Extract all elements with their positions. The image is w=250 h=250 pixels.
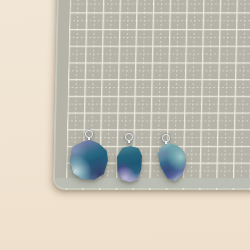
silver-bail bbox=[125, 133, 132, 142]
silver-bail bbox=[162, 134, 169, 143]
fluorite-pendant-left-stone bbox=[70, 140, 108, 180]
photo-canvas bbox=[0, 0, 250, 250]
fluorite-pendant-right bbox=[156, 133, 186, 181]
fluorite-pendant-left bbox=[69, 129, 109, 181]
silver-bail bbox=[85, 130, 92, 139]
fluorite-pendant-middle-stone bbox=[117, 146, 142, 182]
fluorite-pendant-middle bbox=[115, 132, 143, 182]
fluorite-pendant-right-stone bbox=[158, 143, 186, 181]
pendants-layer bbox=[0, 0, 250, 250]
